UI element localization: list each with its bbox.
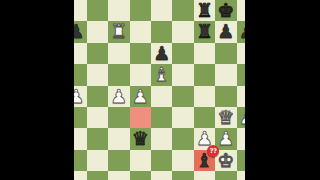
square-b3[interactable] — [87, 107, 108, 128]
square-b4[interactable] — [87, 86, 108, 107]
square-f1[interactable] — [172, 150, 193, 171]
square-e5[interactable]: ♝ — [151, 64, 172, 85]
square-c7[interactable]: ♜ — [108, 21, 129, 42]
square-f2[interactable] — [172, 128, 193, 149]
square-d3[interactable] — [130, 107, 151, 128]
white-king-piece[interactable]: ♚ — [217, 149, 234, 170]
square-b7[interactable] — [87, 21, 108, 42]
square-g3[interactable] — [194, 107, 215, 128]
square-f6[interactable] — [172, 43, 193, 64]
square-g5[interactable] — [194, 64, 215, 85]
square-i1[interactable] — [237, 150, 245, 171]
pillarbox-left — [0, 0, 74, 180]
square-g4[interactable] — [194, 86, 215, 107]
black-pawn-piece[interactable]: ♟ — [153, 42, 170, 63]
white-queen-piece[interactable]: ♛ — [217, 106, 234, 127]
white-pawn-piece[interactable]: ♟ — [110, 85, 127, 106]
square-c6[interactable] — [108, 43, 129, 64]
square-f0[interactable] — [172, 171, 193, 180]
square-c1[interactable] — [108, 150, 129, 171]
square-f4[interactable] — [172, 86, 193, 107]
square-h8[interactable]: ♚ — [215, 0, 236, 21]
square-b2[interactable] — [87, 128, 108, 149]
square-c4[interactable]: ♟ — [108, 86, 129, 107]
black-queen-piece[interactable]: ♛ — [132, 128, 149, 149]
square-a7[interactable]: ♟ — [74, 21, 87, 42]
square-g6[interactable] — [194, 43, 215, 64]
square-d2[interactable]: ♛ — [130, 128, 151, 149]
square-h7[interactable]: ♟ — [215, 21, 236, 42]
square-a5[interactable] — [74, 64, 87, 85]
square-h0[interactable] — [215, 171, 236, 180]
blunder-badge: ?? — [207, 145, 219, 157]
square-h3[interactable]: ♛ — [215, 107, 236, 128]
square-d5[interactable] — [130, 64, 151, 85]
square-i8[interactable] — [237, 0, 245, 21]
square-a3[interactable] — [74, 107, 87, 128]
white-pawn-piece[interactable]: ♟ — [74, 85, 85, 106]
square-e1[interactable] — [151, 150, 172, 171]
square-d4[interactable]: ♟ — [130, 86, 151, 107]
square-d1[interactable] — [130, 150, 151, 171]
black-rook-piece[interactable]: ♜ — [196, 21, 213, 42]
square-c0[interactable] — [108, 171, 129, 180]
video-frame: ♜♚♟♜♜♟♟♟♝♟♟♟♛♟♛♟♟♝??♚ — [0, 0, 320, 180]
square-i6[interactable] — [237, 43, 245, 64]
square-g8[interactable]: ♜ — [194, 0, 215, 21]
square-i7[interactable]: ♟ — [237, 21, 245, 42]
square-a6[interactable] — [74, 43, 87, 64]
square-b8[interactable] — [87, 0, 108, 21]
square-b5[interactable] — [87, 64, 108, 85]
square-d7[interactable] — [130, 21, 151, 42]
square-i0[interactable] — [237, 171, 245, 180]
square-f8[interactable] — [172, 0, 193, 21]
square-e6[interactable]: ♟ — [151, 43, 172, 64]
square-c8[interactable] — [108, 0, 129, 21]
square-c3[interactable] — [108, 107, 129, 128]
square-h5[interactable] — [215, 64, 236, 85]
square-e2[interactable] — [151, 128, 172, 149]
square-h4[interactable] — [215, 86, 236, 107]
square-d6[interactable] — [130, 43, 151, 64]
square-c2[interactable] — [108, 128, 129, 149]
black-pawn-piece[interactable]: ♟ — [217, 21, 234, 42]
square-i2[interactable] — [237, 128, 245, 149]
white-pawn-piece[interactable]: ♟ — [132, 85, 149, 106]
square-f5[interactable] — [172, 64, 193, 85]
square-a2[interactable] — [74, 128, 87, 149]
square-i3[interactable]: ♟ — [237, 107, 245, 128]
square-a4[interactable]: ♟ — [74, 86, 87, 107]
square-a0[interactable] — [74, 171, 87, 180]
video-content: ♜♚♟♜♜♟♟♟♝♟♟♟♛♟♛♟♟♝??♚ — [74, 0, 245, 180]
square-f7[interactable] — [172, 21, 193, 42]
black-rook-piece[interactable]: ♜ — [196, 0, 213, 21]
black-king-piece[interactable]: ♚ — [217, 0, 234, 21]
square-f3[interactable] — [172, 107, 193, 128]
square-g1[interactable]: ♝?? — [194, 150, 215, 171]
square-e3[interactable] — [151, 107, 172, 128]
square-g0[interactable] — [194, 171, 215, 180]
square-e7[interactable] — [151, 21, 172, 42]
square-a8[interactable] — [74, 0, 87, 21]
square-b1[interactable] — [87, 150, 108, 171]
white-bishop-piece[interactable]: ♝ — [153, 64, 170, 85]
pillarbox-right — [245, 0, 320, 180]
square-g7[interactable]: ♜ — [194, 21, 215, 42]
white-rook-piece[interactable]: ♜ — [110, 21, 127, 42]
square-c5[interactable] — [108, 64, 129, 85]
square-e8[interactable] — [151, 0, 172, 21]
square-i5[interactable] — [237, 64, 245, 85]
black-pawn-piece[interactable]: ♟ — [74, 21, 85, 42]
square-e0[interactable] — [151, 171, 172, 180]
square-d8[interactable] — [130, 0, 151, 21]
square-h2[interactable]: ♟ — [215, 128, 236, 149]
square-i4[interactable] — [237, 86, 245, 107]
square-h6[interactable] — [215, 43, 236, 64]
square-b6[interactable] — [87, 43, 108, 64]
square-d0[interactable] — [130, 171, 151, 180]
square-b0[interactable] — [87, 171, 108, 180]
white-pawn-piece[interactable]: ♟ — [217, 128, 234, 149]
square-e4[interactable] — [151, 86, 172, 107]
chess-board[interactable]: ♜♚♟♜♜♟♟♟♝♟♟♟♛♟♛♟♟♝??♚ — [74, 0, 245, 180]
square-a1[interactable] — [74, 150, 87, 171]
